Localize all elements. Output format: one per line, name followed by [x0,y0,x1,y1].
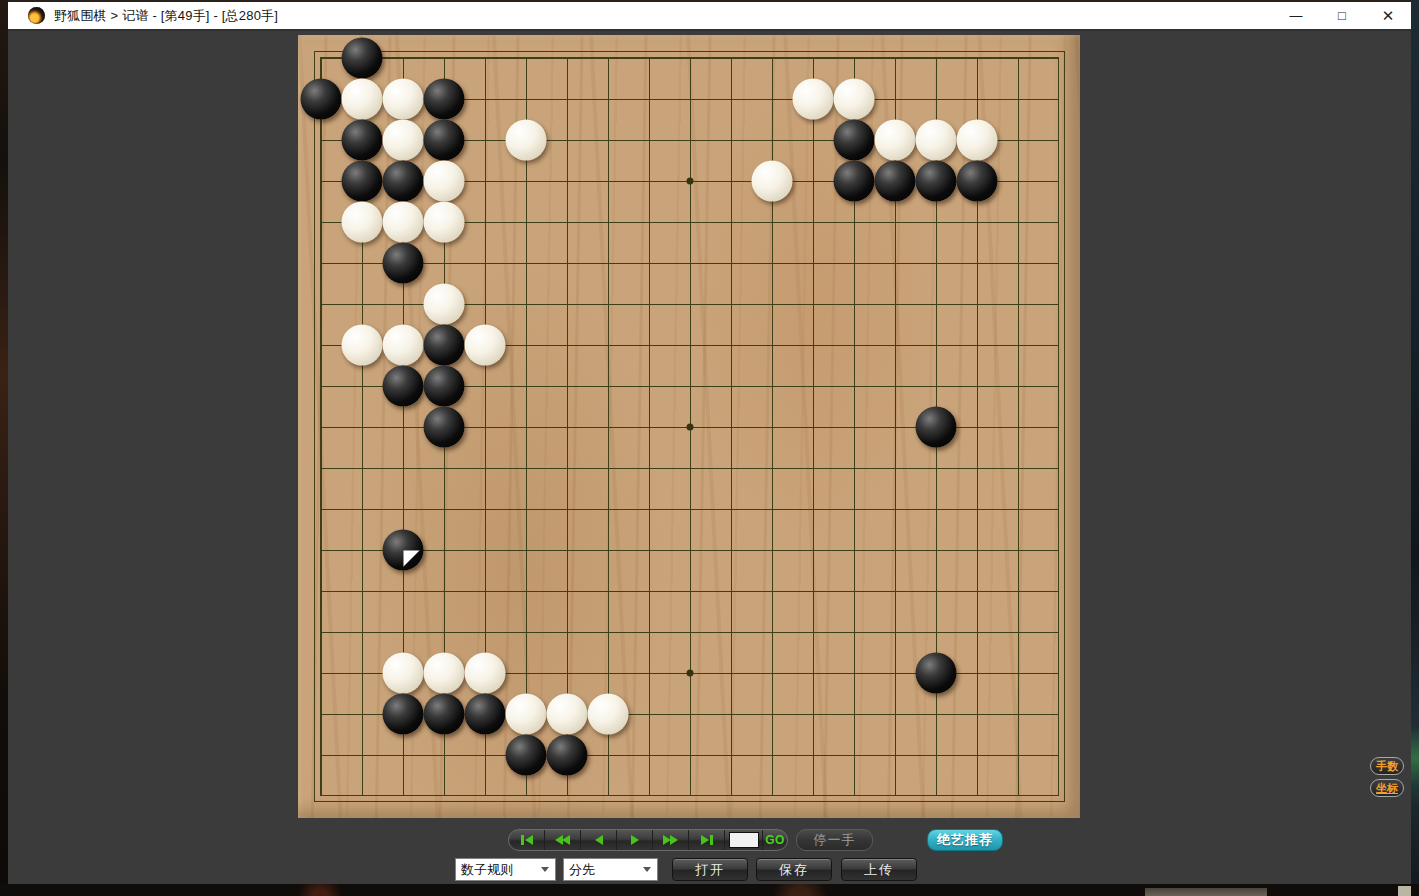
stone-black [547,735,588,776]
stone-black [834,120,875,161]
stone-black [916,407,957,448]
forward-button[interactable] [617,830,653,850]
star-point [687,178,694,185]
app-window: 野狐围棋 > 记谱 - [第49手] - [总280手] — □ ✕ [8,0,1411,884]
stone-white [424,202,465,243]
stone-black [424,79,465,120]
handicap-dropdown-value: 分先 [569,861,595,879]
stone-white [424,284,465,325]
jump-first-button[interactable] [509,830,545,850]
jump-first-icon [521,835,524,845]
stone-black [424,366,465,407]
stone-white [916,120,957,161]
move-navigation-toolbar: GO [508,829,788,851]
wallpaper-light-patch [1398,886,1411,896]
close-button[interactable]: ✕ [1365,2,1411,29]
stone-white [957,120,998,161]
stone-white [383,202,424,243]
stone-black [916,161,957,202]
stone-white [547,694,588,735]
star-point [687,670,694,677]
desktop-background-right [1411,0,1419,896]
foxgo-logo-icon [28,7,45,24]
stone-white [342,325,383,366]
stone-white [752,161,793,202]
stone-white [424,653,465,694]
rules-dropdown[interactable]: 数子规则 [455,858,556,881]
stone-black [957,161,998,202]
stone-white [383,325,424,366]
stone-black [424,120,465,161]
move-number-input[interactable] [729,832,759,848]
stone-black [342,38,383,79]
stone-white [588,694,629,735]
maximize-button[interactable]: □ [1319,2,1365,29]
stone-black [301,79,342,120]
go-board-grid[interactable] [320,57,1059,796]
open-button[interactable]: 打开 [672,858,748,881]
coordinates-toggle-button[interactable]: 坐标 [1370,779,1404,797]
pass-button[interactable]: 停一手 [796,829,873,851]
desktop-background-bottom [0,884,1419,896]
desktop-background-left [0,0,8,896]
upload-button[interactable]: 上传 [841,858,917,881]
stone-black [383,530,424,571]
stone-black [383,366,424,407]
stone-white [465,325,506,366]
go-board [298,35,1080,818]
back-icon [595,835,603,845]
minimize-button[interactable]: — [1273,2,1319,29]
stone-black [834,161,875,202]
chevron-down-icon [643,867,651,872]
title-bar: 野狐围棋 > 记谱 - [第49手] - [总280手] — □ ✕ [8,0,1411,31]
last-move-marker [403,550,420,567]
stone-black [424,325,465,366]
stone-black [465,694,506,735]
stone-white [342,202,383,243]
desktop-wallpaper-fragment [1411,726,1419,806]
stone-white [793,79,834,120]
handicap-dropdown[interactable]: 分先 [563,858,658,881]
window-controls: — □ ✕ [1273,2,1411,29]
stone-white [506,694,547,735]
stone-black [424,407,465,448]
stone-white [383,653,424,694]
stone-white [424,161,465,202]
jump-last-button[interactable] [689,830,725,850]
stone-black [424,694,465,735]
stone-white [834,79,875,120]
fast-forward-button[interactable] [653,830,689,850]
screen: 野狐围棋 > 记谱 - [第49手] - [总280手] — □ ✕ [0,0,1419,896]
star-point [687,424,694,431]
back-button[interactable] [581,830,617,850]
ai-recommend-button[interactable]: 绝艺推荐 [927,829,1003,851]
stone-white [465,653,506,694]
stone-black [506,735,547,776]
stone-white [342,79,383,120]
stone-black [383,161,424,202]
move-numbers-toggle-button[interactable]: 手数 [1370,757,1404,775]
stone-black [916,653,957,694]
wallpaper-ornament [285,884,355,896]
chevron-down-icon [541,867,549,872]
save-button[interactable]: 保存 [756,858,832,881]
jump-last-icon [701,835,709,845]
stone-black [342,120,383,161]
go-button[interactable]: GO [763,830,787,850]
rules-dropdown-value: 数子规则 [461,861,513,879]
stone-black [383,243,424,284]
fast-back-button[interactable] [545,830,581,850]
forward-icon [631,835,639,845]
wallpaper-ornament [760,884,840,896]
stone-white [506,120,547,161]
stone-black [875,161,916,202]
stone-white [383,120,424,161]
stone-black [383,694,424,735]
stone-white [875,120,916,161]
stone-white [383,79,424,120]
stone-black [342,161,383,202]
window-title: 野狐围棋 > 记谱 - [第49手] - [总280手] [54,7,278,25]
wallpaper-light-patch [1145,888,1267,896]
